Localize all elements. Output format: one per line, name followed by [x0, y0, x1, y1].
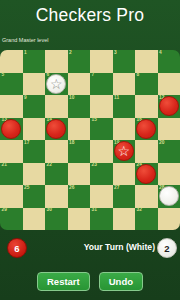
light-square: [113, 163, 136, 186]
action-buttons: Restart Undo: [0, 272, 180, 291]
square-number-label: 17: [24, 141, 29, 146]
white-pieces-count-badge: 2: [157, 238, 177, 258]
light-square: [113, 208, 136, 231]
square-32[interactable]: 32: [135, 208, 158, 231]
difficulty-level-label: Grand Master level: [2, 37, 48, 43]
square-4[interactable]: 4: [158, 50, 181, 73]
light-square: [158, 163, 181, 186]
square-1[interactable]: 1: [23, 50, 46, 73]
light-square: [23, 163, 46, 186]
square-15[interactable]: 15: [90, 118, 113, 141]
light-square: [113, 118, 136, 141]
white-man-28[interactable]: [159, 186, 179, 206]
red-man-13[interactable]: [1, 119, 21, 139]
light-square: [135, 185, 158, 208]
square-number-label: 7: [92, 73, 95, 78]
square-16[interactable]: 16: [135, 118, 158, 141]
square-number-label: 26: [69, 186, 74, 191]
restart-button[interactable]: Restart: [37, 272, 90, 291]
king-star-icon: ☆: [117, 144, 130, 158]
white-count: 2: [164, 243, 169, 254]
square-number-label: 9: [24, 96, 27, 101]
light-square: [0, 185, 23, 208]
light-square: [68, 208, 91, 231]
square-number-label: 11: [114, 96, 119, 101]
light-square: [135, 50, 158, 73]
app-title: Checkers Pro: [0, 5, 180, 26]
square-9[interactable]: 9: [23, 95, 46, 118]
light-square: [158, 73, 181, 96]
light-square: [23, 208, 46, 231]
square-17[interactable]: 17: [23, 140, 46, 163]
red-man-24[interactable]: [136, 164, 156, 184]
square-6[interactable]: 6☆: [45, 73, 68, 96]
light-square: [90, 185, 113, 208]
square-number-label: 20: [159, 141, 164, 146]
square-31[interactable]: 31: [90, 208, 113, 231]
square-number-label: 15: [92, 118, 97, 123]
square-3[interactable]: 3: [113, 50, 136, 73]
square-8[interactable]: 8: [135, 73, 158, 96]
square-24[interactable]: 24: [135, 163, 158, 186]
red-count: 6: [14, 243, 19, 254]
square-10[interactable]: 10: [68, 95, 91, 118]
square-number-label: 23: [92, 163, 97, 168]
square-number-label: 22: [47, 163, 52, 168]
square-19[interactable]: 19☆: [113, 140, 136, 163]
light-square: [158, 208, 181, 231]
square-28[interactable]: 28: [158, 185, 181, 208]
square-number-label: 8: [137, 73, 140, 78]
light-square: [90, 95, 113, 118]
square-20[interactable]: 20: [158, 140, 181, 163]
square-27[interactable]: 27: [113, 185, 136, 208]
square-number-label: 25: [24, 186, 29, 191]
square-30[interactable]: 30: [45, 208, 68, 231]
square-12[interactable]: 12: [158, 95, 181, 118]
light-square: [68, 73, 91, 96]
square-number-label: 29: [2, 208, 7, 213]
square-number-label: 21: [2, 163, 7, 168]
red-man-16[interactable]: [136, 119, 156, 139]
square-18[interactable]: 18: [68, 140, 91, 163]
square-number-label: 10: [69, 96, 74, 101]
light-square: [68, 163, 91, 186]
light-square: [45, 95, 68, 118]
square-14[interactable]: 14: [45, 118, 68, 141]
square-13[interactable]: 13: [0, 118, 23, 141]
square-25[interactable]: 25: [23, 185, 46, 208]
light-square: [158, 118, 181, 141]
square-number-label: 4: [159, 51, 162, 56]
checkers-board: 123456☆78910111213141516171819☆202122232…: [0, 50, 180, 230]
turn-indicator: Your Turn (White): [84, 242, 155, 252]
square-22[interactable]: 22: [45, 163, 68, 186]
square-29[interactable]: 29: [0, 208, 23, 231]
red-man-14[interactable]: [46, 119, 66, 139]
square-number-label: 18: [69, 141, 74, 146]
light-square: [113, 73, 136, 96]
light-square: [68, 118, 91, 141]
light-square: [45, 185, 68, 208]
square-number-label: 5: [2, 73, 5, 78]
square-2[interactable]: 2: [68, 50, 91, 73]
square-number-label: 2: [69, 51, 72, 56]
red-man-12[interactable]: [159, 96, 179, 116]
light-square: [23, 118, 46, 141]
square-7[interactable]: 7: [90, 73, 113, 96]
square-26[interactable]: 26: [68, 185, 91, 208]
light-square: [45, 50, 68, 73]
status-bar: 6 Your Turn (White) 2: [0, 238, 180, 258]
light-square: [135, 140, 158, 163]
square-number-label: 3: [114, 51, 117, 56]
undo-button[interactable]: Undo: [99, 272, 143, 291]
light-square: [0, 95, 23, 118]
square-23[interactable]: 23: [90, 163, 113, 186]
red-pieces-count-badge: 6: [7, 238, 27, 258]
light-square: [90, 50, 113, 73]
light-square: [90, 140, 113, 163]
square-5[interactable]: 5: [0, 73, 23, 96]
white-king-6[interactable]: ☆: [46, 74, 66, 94]
checkers-pro-app: Checkers Pro Grand Master level 123456☆7…: [0, 0, 180, 300]
square-number-label: 1: [24, 51, 27, 56]
light-square: [135, 95, 158, 118]
king-star-icon: ☆: [50, 76, 63, 90]
square-11[interactable]: 11: [113, 95, 136, 118]
light-square: [0, 140, 23, 163]
red-king-19[interactable]: ☆: [114, 141, 134, 161]
square-21[interactable]: 21: [0, 163, 23, 186]
square-number-label: 31: [92, 208, 97, 213]
light-square: [0, 50, 23, 73]
square-number-label: 30: [47, 208, 52, 213]
light-square: [45, 140, 68, 163]
light-square: [23, 73, 46, 96]
square-number-label: 32: [137, 208, 142, 213]
square-number-label: 27: [114, 186, 119, 191]
